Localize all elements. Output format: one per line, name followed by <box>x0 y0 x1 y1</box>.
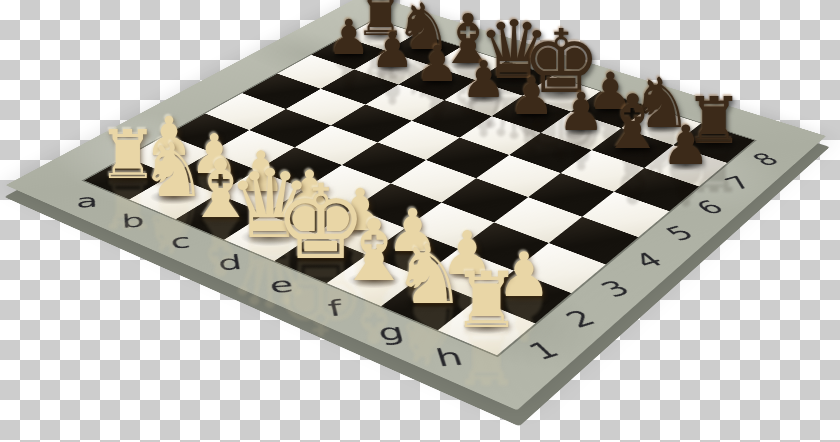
piece-black-pawn-d7[interactable]: ♟ <box>461 55 506 106</box>
piece-black-pawn-e7[interactable]: ♟ <box>508 71 554 123</box>
piece-black-pawn-f7[interactable]: ♟ <box>558 86 605 138</box>
pieces-layer: ♜♜♞♞♝♝♛♛♚♚♟♟♞♞♜♜♟♟♟♟♟♟♟♟♟♟♟♟♝♝♟♟♟♟♟♟♟♟♟♟… <box>0 0 840 442</box>
piece-black-pawn-h7[interactable]: ♟ <box>661 120 710 174</box>
piece-black-pawn-c7[interactable]: ♟ <box>415 41 460 91</box>
piece-black-pawn-a7[interactable]: ♟ <box>327 12 370 60</box>
piece-black-bishop-g7[interactable]: ♝ <box>599 85 666 160</box>
piece-black-pawn-b7[interactable]: ♟ <box>370 26 414 75</box>
chessboard-scene: abcdefgh12345678 ♜♜♞♞♝♝♛♛♚♚♟♟♞♞♜♜♟♟♟♟♟♟♟… <box>0 0 840 442</box>
piece-white-rook-h1[interactable]: ♜ <box>452 262 521 339</box>
